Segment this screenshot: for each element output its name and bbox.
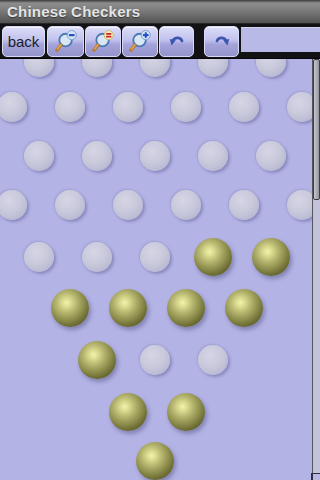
toolbar: back: [0, 24, 320, 59]
board-hole[interactable]: [113, 190, 143, 220]
board-hole[interactable]: [229, 190, 259, 220]
magnifier-equals-icon: [90, 29, 116, 55]
marble[interactable]: [194, 238, 232, 276]
scrollbar-track[interactable]: [312, 59, 320, 480]
game-board[interactable]: [0, 59, 320, 480]
app-title: Chinese Checkers: [7, 3, 140, 20]
redo-button[interactable]: [204, 26, 239, 57]
scrollbar-thumb[interactable]: [313, 59, 320, 200]
marble[interactable]: [167, 393, 205, 431]
marble[interactable]: [225, 289, 263, 327]
board-hole[interactable]: [82, 59, 112, 77]
zoom-in-button[interactable]: [122, 26, 158, 57]
board-hole[interactable]: [0, 190, 27, 220]
board-hole[interactable]: [198, 59, 228, 77]
board-hole[interactable]: [256, 141, 286, 171]
title-bar: Chinese Checkers: [0, 0, 320, 24]
scrollbar-corner: [311, 473, 320, 480]
board-hole[interactable]: [55, 190, 85, 220]
board-hole[interactable]: [140, 59, 170, 77]
marble[interactable]: [167, 289, 205, 327]
board-hole[interactable]: [140, 141, 170, 171]
zoom-reset-button[interactable]: [85, 26, 121, 57]
board-hole[interactable]: [140, 242, 170, 272]
undo-icon: [165, 30, 189, 54]
zoom-out-button[interactable]: [47, 26, 84, 57]
marble[interactable]: [136, 442, 174, 480]
board-hole[interactable]: [0, 92, 27, 122]
board-hole[interactable]: [82, 242, 112, 272]
board-hole[interactable]: [171, 92, 201, 122]
magnifier-minus-icon: [53, 29, 79, 55]
back-button[interactable]: back: [2, 26, 45, 57]
board-hole[interactable]: [82, 141, 112, 171]
marble[interactable]: [78, 341, 116, 379]
board-hole[interactable]: [55, 92, 85, 122]
board-hole[interactable]: [24, 242, 54, 272]
board-hole[interactable]: [198, 141, 228, 171]
marble[interactable]: [109, 289, 147, 327]
undo-button[interactable]: [159, 26, 194, 57]
board-hole[interactable]: [171, 190, 201, 220]
board-hole[interactable]: [198, 345, 228, 375]
marble[interactable]: [252, 238, 290, 276]
board-hole[interactable]: [229, 92, 259, 122]
board-hole[interactable]: [256, 59, 286, 77]
board-hole[interactable]: [24, 59, 54, 77]
toolbar-empty-slot: [241, 27, 320, 52]
marble[interactable]: [109, 393, 147, 431]
board-hole[interactable]: [113, 92, 143, 122]
board-hole[interactable]: [140, 345, 170, 375]
app-window: Chinese Checkers back: [0, 0, 320, 480]
marble[interactable]: [51, 289, 89, 327]
redo-icon: [210, 30, 234, 54]
magnifier-plus-icon: [127, 29, 153, 55]
board-hole[interactable]: [24, 141, 54, 171]
